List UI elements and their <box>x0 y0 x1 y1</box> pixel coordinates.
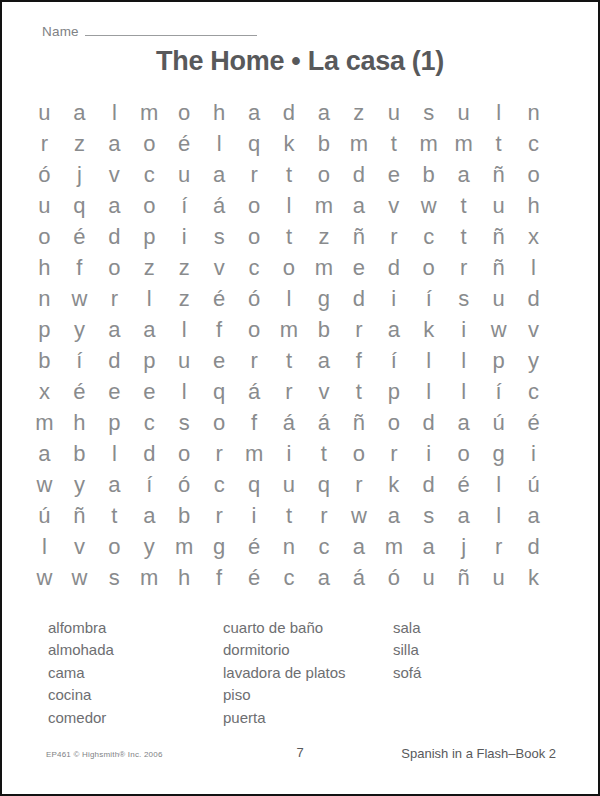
grid-cell: g <box>481 438 516 469</box>
grid-cell: o <box>237 190 272 221</box>
grid-cell: b <box>411 159 446 190</box>
grid-cell: a <box>132 314 167 345</box>
grid-cell: d <box>132 438 167 469</box>
grid-cell: b <box>306 314 341 345</box>
grid-cell: o <box>237 221 272 252</box>
grid-cell: d <box>411 469 446 500</box>
grid-cell: m <box>27 407 62 438</box>
grid-cell: é <box>237 531 272 562</box>
grid-cell: g <box>202 531 237 562</box>
grid-cell: h <box>167 562 202 593</box>
grid-cell: a <box>306 345 341 376</box>
grid-cell: u <box>411 562 446 593</box>
grid-cell: u <box>27 97 62 128</box>
grid-cell: a <box>97 314 132 345</box>
grid-cell: é <box>167 128 202 159</box>
grid-cell: d <box>341 159 376 190</box>
grid-cell: m <box>306 252 341 283</box>
grid-cell: ñ <box>341 407 376 438</box>
grid-cell: í <box>132 469 167 500</box>
word-item: alfombra <box>48 617 114 639</box>
grid-cell: o <box>132 190 167 221</box>
grid-cell: s <box>167 407 202 438</box>
grid-cell: u <box>167 345 202 376</box>
word-item: sofá <box>393 662 421 684</box>
grid-cell: o <box>97 252 132 283</box>
grid-cell: ñ <box>341 221 376 252</box>
grid-cell: é <box>446 469 481 500</box>
grid-cell: t <box>446 221 481 252</box>
grid-cell: w <box>27 562 62 593</box>
grid-cell: w <box>62 562 97 593</box>
word-search-grid: ualmohadazusulnrzaoélqkbmtmmtcójvcuartod… <box>27 97 551 593</box>
grid-cell: c <box>272 562 307 593</box>
grid-cell: s <box>411 97 446 128</box>
word-item: almohada <box>48 639 114 661</box>
word-item: silla <box>393 639 421 661</box>
grid-cell: m <box>132 562 167 593</box>
grid-cell: r <box>376 221 411 252</box>
grid-cell: z <box>306 221 341 252</box>
grid-cell: m <box>306 190 341 221</box>
grid-cell: o <box>132 128 167 159</box>
grid-cell: ñ <box>481 252 516 283</box>
grid-cell: o <box>306 159 341 190</box>
grid-cell: a <box>446 159 481 190</box>
grid-cell: r <box>481 531 516 562</box>
grid-cell: r <box>27 128 62 159</box>
grid-cell: s <box>97 562 132 593</box>
grid-cell: v <box>306 376 341 407</box>
page-title: The Home • La casa (1) <box>2 46 598 77</box>
grid-cell: o <box>516 159 551 190</box>
grid-cell: é <box>516 407 551 438</box>
grid-cell: q <box>237 469 272 500</box>
grid-cell: í <box>411 283 446 314</box>
grid-cell: t <box>272 345 307 376</box>
grid-cell: a <box>411 531 446 562</box>
grid-cell: c <box>516 128 551 159</box>
grid-cell: s <box>202 221 237 252</box>
grid-cell: y <box>62 469 97 500</box>
grid-cell: a <box>376 500 411 531</box>
grid-cell: u <box>481 190 516 221</box>
grid-cell: t <box>446 190 481 221</box>
grid-cell: k <box>272 128 307 159</box>
grid-cell: m <box>237 438 272 469</box>
grid-cell: f <box>237 407 272 438</box>
grid-cell: o <box>167 438 202 469</box>
grid-cell: w <box>27 469 62 500</box>
grid-cell: c <box>132 407 167 438</box>
grid-cell: h <box>202 97 237 128</box>
grid-cell: á <box>202 190 237 221</box>
grid-cell: l <box>516 252 551 283</box>
grid-cell: e <box>202 345 237 376</box>
grid-cell: ú <box>27 500 62 531</box>
grid-cell: e <box>376 159 411 190</box>
grid-cell: o <box>341 438 376 469</box>
grid-cell: a <box>516 500 551 531</box>
grid-cell: a <box>97 190 132 221</box>
grid-cell: b <box>306 128 341 159</box>
grid-cell: c <box>202 469 237 500</box>
grid-cell: n <box>516 97 551 128</box>
grid-cell: ñ <box>62 500 97 531</box>
grid-cell: p <box>27 314 62 345</box>
grid-cell: q <box>306 469 341 500</box>
grid-cell: q <box>62 190 97 221</box>
grid-cell: c <box>306 531 341 562</box>
word-item: puerta <box>223 707 346 729</box>
grid-cell: x <box>27 376 62 407</box>
grid-cell: l <box>446 345 481 376</box>
grid-cell: z <box>167 252 202 283</box>
grid-cell: w <box>62 283 97 314</box>
grid-cell: ú <box>516 469 551 500</box>
grid-cell: j <box>446 531 481 562</box>
grid-cell: v <box>62 531 97 562</box>
grid-cell: í <box>167 190 202 221</box>
grid-cell: l <box>272 283 307 314</box>
grid-cell: z <box>62 128 97 159</box>
grid-cell: k <box>376 469 411 500</box>
grid-cell: c <box>237 252 272 283</box>
grid-cell: ó <box>27 159 62 190</box>
grid-cell: t <box>272 221 307 252</box>
grid-cell: c <box>411 221 446 252</box>
grid-cell: r <box>237 159 272 190</box>
grid-cell: a <box>132 500 167 531</box>
word-item: cocina <box>48 684 114 706</box>
grid-cell: a <box>202 159 237 190</box>
grid-cell: f <box>62 252 97 283</box>
grid-cell: o <box>27 221 62 252</box>
grid-cell: z <box>167 283 202 314</box>
grid-cell: i <box>237 500 272 531</box>
grid-cell: r <box>97 283 132 314</box>
grid-cell: m <box>272 314 307 345</box>
grid-cell: i <box>516 438 551 469</box>
grid-cell: á <box>341 562 376 593</box>
word-item: cuarto de baño <box>223 617 346 639</box>
grid-cell: v <box>202 252 237 283</box>
grid-cell: o <box>202 407 237 438</box>
grid-cell: ñ <box>481 221 516 252</box>
word-item: cama <box>48 662 114 684</box>
grid-cell: o <box>272 252 307 283</box>
grid-cell: l <box>411 345 446 376</box>
grid-cell: r <box>446 252 481 283</box>
grid-cell: i <box>272 438 307 469</box>
worksheet-page: Name The Home • La casa (1) ualmohadazus… <box>0 0 600 796</box>
grid-cell: r <box>237 345 272 376</box>
grid-cell: t <box>97 500 132 531</box>
grid-cell: d <box>97 221 132 252</box>
grid-cell: l <box>202 128 237 159</box>
grid-cell: í <box>376 345 411 376</box>
grid-cell: o <box>237 314 272 345</box>
grid-cell: a <box>97 469 132 500</box>
grid-cell: ó <box>167 469 202 500</box>
grid-cell: é <box>237 562 272 593</box>
word-item: dormitorio <box>223 639 346 661</box>
grid-cell: s <box>446 283 481 314</box>
grid-cell: m <box>132 97 167 128</box>
grid-cell: ú <box>481 407 516 438</box>
grid-cell: h <box>27 252 62 283</box>
grid-cell: a <box>341 531 376 562</box>
grid-cell: i <box>411 438 446 469</box>
grid-cell: h <box>62 407 97 438</box>
grid-cell: r <box>306 500 341 531</box>
grid-cell: x <box>516 221 551 252</box>
grid-cell: i <box>446 314 481 345</box>
grid-cell: ñ <box>446 562 481 593</box>
grid-cell: q <box>237 128 272 159</box>
grid-cell: d <box>376 252 411 283</box>
grid-cell: w <box>341 500 376 531</box>
grid-cell: l <box>97 97 132 128</box>
grid-cell: t <box>272 159 307 190</box>
word-item: sala <box>393 617 421 639</box>
grid-cell: p <box>132 221 167 252</box>
grid-cell: a <box>306 97 341 128</box>
grid-cell: a <box>376 314 411 345</box>
grid-cell: a <box>27 438 62 469</box>
grid-cell: y <box>516 345 551 376</box>
grid-cell: l <box>167 376 202 407</box>
grid-cell: z <box>132 252 167 283</box>
grid-cell: v <box>97 159 132 190</box>
grid-cell: t <box>306 438 341 469</box>
grid-cell: é <box>202 283 237 314</box>
grid-cell: k <box>411 314 446 345</box>
grid-cell: g <box>306 283 341 314</box>
grid-cell: p <box>481 345 516 376</box>
grid-cell: é <box>62 376 97 407</box>
grid-cell: h <box>516 190 551 221</box>
name-blank-line <box>85 22 257 36</box>
grid-cell: ó <box>237 283 272 314</box>
grid-cell: a <box>341 190 376 221</box>
grid-cell: c <box>516 376 551 407</box>
grid-cell: n <box>27 283 62 314</box>
grid-cell: b <box>27 345 62 376</box>
grid-cell: j <box>62 159 97 190</box>
grid-cell: t <box>481 128 516 159</box>
grid-cell: t <box>272 500 307 531</box>
name-label: Name <box>42 24 79 39</box>
grid-cell: l <box>481 500 516 531</box>
grid-cell: l <box>167 314 202 345</box>
word-item: piso <box>223 684 346 706</box>
grid-cell: w <box>411 190 446 221</box>
grid-cell: a <box>306 562 341 593</box>
grid-cell: o <box>411 252 446 283</box>
footer-book-title: Spanish in a Flash–Book 2 <box>401 746 556 761</box>
grid-cell: p <box>376 376 411 407</box>
word-column-3: salasillasofá <box>393 617 421 684</box>
grid-cell: z <box>341 97 376 128</box>
grid-cell: k <box>516 562 551 593</box>
grid-cell: u <box>27 190 62 221</box>
grid-cell: á <box>306 407 341 438</box>
grid-cell: u <box>481 283 516 314</box>
grid-cell: e <box>341 252 376 283</box>
grid-cell: á <box>237 376 272 407</box>
grid-cell: e <box>132 376 167 407</box>
name-row: Name <box>42 22 257 39</box>
grid-cell: d <box>516 531 551 562</box>
grid-cell: d <box>341 283 376 314</box>
grid-cell: d <box>97 345 132 376</box>
word-item: lavadora de platos <box>223 662 346 684</box>
grid-cell: w <box>481 314 516 345</box>
grid-cell: r <box>341 314 376 345</box>
grid-cell: u <box>376 97 411 128</box>
grid-cell: v <box>516 314 551 345</box>
grid-cell: a <box>97 128 132 159</box>
grid-cell: y <box>62 314 97 345</box>
grid-cell: u <box>272 469 307 500</box>
grid-cell: a <box>446 500 481 531</box>
grid-cell: i <box>167 221 202 252</box>
grid-cell: o <box>446 438 481 469</box>
grid-cell: í <box>481 376 516 407</box>
grid-cell: o <box>376 407 411 438</box>
grid-cell: t <box>376 128 411 159</box>
grid-cell: r <box>341 469 376 500</box>
grid-cell: u <box>446 97 481 128</box>
grid-cell: f <box>341 345 376 376</box>
grid-cell: l <box>97 438 132 469</box>
grid-cell: m <box>376 531 411 562</box>
grid-cell: é <box>62 221 97 252</box>
grid-cell: o <box>97 531 132 562</box>
grid-cell: d <box>272 97 307 128</box>
grid-cell: l <box>446 376 481 407</box>
grid-cell: á <box>272 407 307 438</box>
grid-cell: í <box>62 345 97 376</box>
grid-cell: n <box>272 531 307 562</box>
grid-cell: o <box>167 97 202 128</box>
word-item: comedor <box>48 707 114 729</box>
grid-cell: m <box>446 128 481 159</box>
grid-cell: a <box>62 97 97 128</box>
grid-cell: l <box>132 283 167 314</box>
grid-cell: u <box>167 159 202 190</box>
grid-cell: d <box>516 283 551 314</box>
grid-cell: t <box>341 376 376 407</box>
grid-cell: f <box>202 314 237 345</box>
grid-cell: m <box>411 128 446 159</box>
grid-cell: u <box>481 562 516 593</box>
grid-cell: v <box>376 190 411 221</box>
grid-cell: l <box>411 376 446 407</box>
grid-cell: a <box>446 407 481 438</box>
grid-cell: a <box>237 97 272 128</box>
grid-cell: m <box>341 128 376 159</box>
grid-cell: m <box>167 531 202 562</box>
grid-cell: l <box>27 531 62 562</box>
word-column-1: alfombraalmohadacamacocinacomedor <box>48 617 114 729</box>
grid-cell: q <box>202 376 237 407</box>
grid-cell: p <box>97 407 132 438</box>
grid-cell: r <box>202 438 237 469</box>
grid-cell: r <box>376 438 411 469</box>
grid-cell: r <box>272 376 307 407</box>
grid-cell: d <box>411 407 446 438</box>
grid-cell: b <box>167 500 202 531</box>
grid-cell: b <box>62 438 97 469</box>
grid-cell: p <box>132 345 167 376</box>
grid-cell: l <box>481 469 516 500</box>
grid-cell: e <box>97 376 132 407</box>
grid-cell: c <box>132 159 167 190</box>
grid-cell: l <box>272 190 307 221</box>
grid-cell: f <box>202 562 237 593</box>
grid-cell: r <box>202 500 237 531</box>
grid-cell: s <box>411 500 446 531</box>
word-column-2: cuarto de bañodormitoriolavadora de plat… <box>223 617 346 729</box>
grid-cell: i <box>376 283 411 314</box>
grid-cell: l <box>481 97 516 128</box>
grid-cell: ñ <box>481 159 516 190</box>
grid-cell: ó <box>376 562 411 593</box>
grid-cell: y <box>132 531 167 562</box>
